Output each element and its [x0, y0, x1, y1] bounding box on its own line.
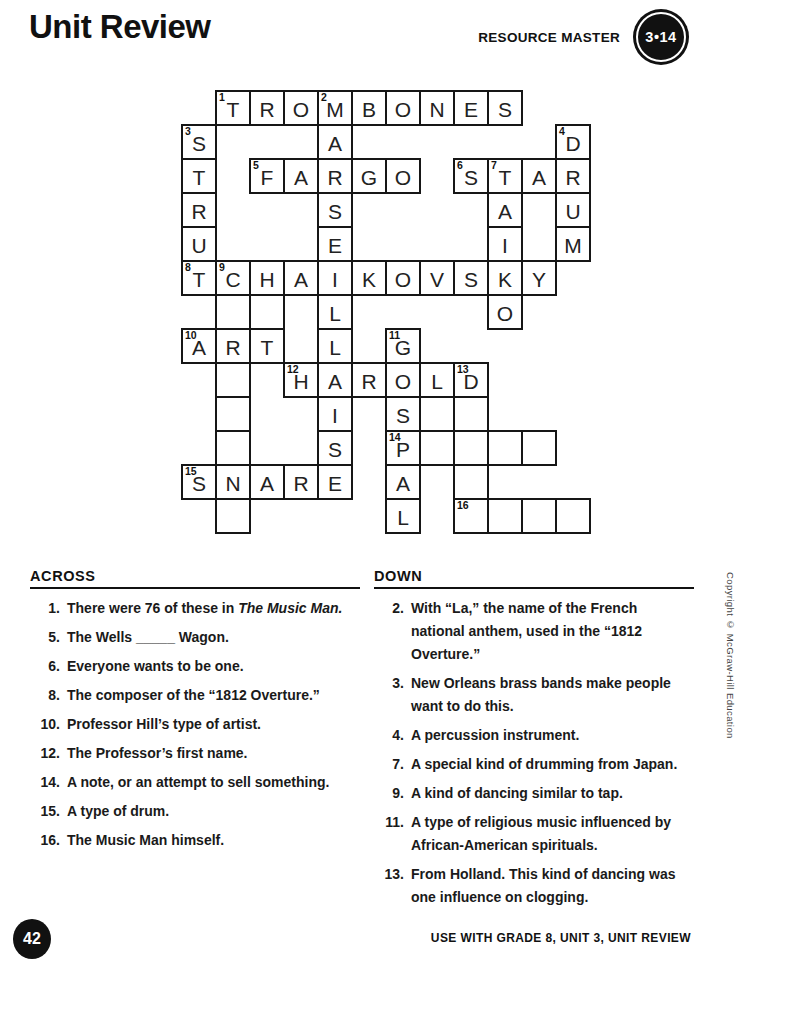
grid-cell-r8c3[interactable]: T: [249, 328, 285, 364]
clue-item: 9.A kind of dancing similar to tap.: [374, 782, 694, 805]
clue-item-number: 14.: [30, 771, 60, 794]
cell-letter: A: [498, 201, 512, 222]
clue-item: 10.Professor Hill’s type of artist.: [30, 713, 360, 736]
grid-cell-r3c11[interactable]: A: [521, 158, 557, 194]
grid-cell-r10c9[interactable]: [453, 396, 489, 432]
clue-number: 5: [253, 160, 259, 171]
grid-cell-r6c9[interactable]: S: [453, 260, 489, 296]
clue-item: 5.The Wells _____ Wagon.: [30, 626, 360, 649]
clue-number: 1: [219, 92, 225, 103]
grid-cell-r8c5[interactable]: L: [317, 328, 353, 364]
grid-cell-r12c9[interactable]: [453, 464, 489, 500]
cell-letter: A: [328, 371, 342, 392]
copyright-sidebar: Copyright © McGraw-Hill Education: [725, 572, 736, 739]
across-heading: ACROSS: [30, 568, 360, 589]
cell-letter: S: [464, 269, 478, 290]
grid-cell-r1c6[interactable]: B: [351, 90, 387, 126]
clue-item: 1.There were 76 of these in The Music Ma…: [30, 597, 360, 620]
cell-letter: O: [395, 269, 411, 290]
grid-cell-r13c12[interactable]: [555, 498, 591, 534]
cell-letter: I: [502, 235, 508, 256]
grid-cell-r1c7[interactable]: O: [385, 90, 421, 126]
cell-letter: S: [498, 99, 512, 120]
grid-cell-r1c5[interactable]: 2M: [317, 90, 353, 126]
cell-letter: S: [396, 405, 410, 426]
cell-letter: E: [328, 235, 342, 256]
clue-item-text: A type of religious music influenced by …: [411, 811, 671, 857]
clue-number: 13: [457, 364, 469, 375]
cell-letter: I: [332, 269, 338, 290]
cell-letter: C: [225, 269, 240, 290]
clue-item-text: New Orleans brass bands make people want…: [411, 672, 671, 718]
cell-letter: S: [328, 439, 342, 460]
grid-cell-r2c5[interactable]: A: [317, 124, 353, 160]
cell-letter: R: [327, 167, 342, 188]
grid-cell-r6c2[interactable]: 9C: [215, 260, 251, 296]
clue-item-text: Everyone wants to be one.: [67, 655, 244, 678]
cell-letter: I: [332, 405, 338, 426]
grid-cell-r11c2[interactable]: [215, 430, 251, 466]
cell-letter: F: [261, 167, 274, 188]
cell-letter: B: [362, 99, 376, 120]
clue-item: 16.The Music Man himself.: [30, 829, 360, 852]
cell-letter: K: [498, 269, 512, 290]
clue-item-number: 10.: [30, 713, 60, 736]
grid-cell-r11c10[interactable]: [487, 430, 523, 466]
cell-letter: O: [293, 99, 309, 120]
down-clues-section: DOWN 2.With “La,” the name of the French…: [374, 568, 694, 915]
cell-letter: T: [193, 167, 206, 188]
grid-cell-r3c4[interactable]: A: [283, 158, 319, 194]
grid-cell-r3c6[interactable]: G: [351, 158, 387, 194]
grid-cell-r3c1[interactable]: T: [181, 158, 217, 194]
grid-cell-r1c8[interactable]: N: [419, 90, 455, 126]
grid-cell-r6c3[interactable]: H: [249, 260, 285, 296]
grid-cell-r4c1[interactable]: R: [181, 192, 217, 228]
cell-letter: A: [294, 167, 308, 188]
clue-item: 15.A type of drum.: [30, 800, 360, 823]
grid-cell-r9c4[interactable]: 12H: [283, 362, 319, 398]
clue-item-number: 2.: [374, 597, 404, 666]
page-title: Unit Review: [29, 8, 211, 46]
clue-item-number: 8.: [30, 684, 60, 707]
grid-cell-r3c3[interactable]: 5F: [249, 158, 285, 194]
grid-cell-r6c8[interactable]: V: [419, 260, 455, 296]
cell-letter: G: [361, 167, 377, 188]
grid-cell-r13c7[interactable]: L: [385, 498, 421, 534]
clue-number: 3: [185, 126, 191, 137]
clue-item-number: 6.: [30, 655, 60, 678]
clue-item-text: There were 76 of these in The Music Man.: [67, 597, 342, 620]
cell-letter: A: [328, 133, 342, 154]
grid-cell-r10c7[interactable]: S: [385, 396, 421, 432]
grid-cell-r2c12[interactable]: 4D: [555, 124, 591, 160]
cell-letter: A: [260, 473, 274, 494]
cell-letter: R: [259, 99, 274, 120]
clue-item-number: 11.: [374, 811, 404, 857]
grid-cell-r3c7[interactable]: O: [385, 158, 421, 194]
clue-item: 4.A percussion instrument.: [374, 724, 694, 747]
cell-letter: A: [294, 269, 308, 290]
cell-letter: M: [564, 235, 582, 256]
clue-item-text: With “La,” the name of the French nation…: [411, 597, 642, 666]
cell-letter: E: [328, 473, 342, 494]
grid-cell-r13c9[interactable]: 16: [453, 498, 489, 534]
cell-letter: S: [328, 201, 342, 222]
clue-item-text: A type of drum.: [67, 800, 169, 823]
clue-item: 6.Everyone wants to be one.: [30, 655, 360, 678]
grid-cell-r7c2[interactable]: [215, 294, 251, 330]
cell-letter: D: [565, 133, 580, 154]
unit-badge: 3•14: [633, 9, 689, 65]
clue-item: 7.A special kind of drumming from Japan.: [374, 753, 694, 776]
clue-number: 8: [185, 262, 191, 273]
clue-item-number: 12.: [30, 742, 60, 765]
grid-cell-r13c2[interactable]: [215, 498, 251, 534]
clue-item-number: 7.: [374, 753, 404, 776]
grid-cell-r9c2[interactable]: [215, 362, 251, 398]
clue-item-text: The Music Man himself.: [67, 829, 224, 852]
cell-letter: N: [429, 99, 444, 120]
cell-letter: O: [395, 99, 411, 120]
clue-item-number: 1.: [30, 597, 60, 620]
cell-letter: R: [565, 167, 580, 188]
clue-item: 14.A note, or an attempt to sell somethi…: [30, 771, 360, 794]
grid-cell-r12c5[interactable]: E: [317, 464, 353, 500]
grid-cell-r9c6[interactable]: R: [351, 362, 387, 398]
clue-number: 7: [491, 160, 497, 171]
grid-cell-r6c11[interactable]: Y: [521, 260, 557, 296]
cell-letter: S: [192, 133, 206, 154]
cell-letter: O: [497, 303, 513, 324]
grid-cell-r5c5[interactable]: E: [317, 226, 353, 262]
grid-cell-r3c5[interactable]: R: [317, 158, 353, 194]
clue-item-number: 9.: [374, 782, 404, 805]
grid-cell-r1c9[interactable]: E: [453, 90, 489, 126]
clue-item: 13.From Holland. This kind of dancing wa…: [374, 863, 694, 909]
cell-letter: O: [395, 167, 411, 188]
resource-master-label: RESOURCE MASTER: [478, 30, 620, 45]
grid-cell-r11c7[interactable]: 14P: [385, 430, 421, 466]
cell-letter: L: [397, 507, 409, 528]
cell-letter: Y: [532, 269, 546, 290]
grid-cell-r13c11[interactable]: [521, 498, 557, 534]
clue-number: 6: [457, 160, 463, 171]
cell-letter: N: [225, 473, 240, 494]
cell-letter: L: [329, 303, 341, 324]
cell-letter: R: [191, 201, 206, 222]
cell-letter: R: [361, 371, 376, 392]
clue-item: 12.The Professor’s first name.: [30, 742, 360, 765]
clue-number: 11: [389, 330, 400, 341]
crossword-grid: 1TRO2MBONES3SA4DT5FARGO6S7TARRSAUUEIM8T9…: [181, 90, 591, 534]
grid-cell-r12c1[interactable]: 15S: [181, 464, 217, 500]
grid-cell-r6c6[interactable]: K: [351, 260, 387, 296]
grid-cell-r7c10[interactable]: O: [487, 294, 523, 330]
grid-cell-r1c3[interactable]: R: [249, 90, 285, 126]
grid-cell-r10c5[interactable]: I: [317, 396, 353, 432]
grid-cell-r6c10[interactable]: K: [487, 260, 523, 296]
page-number-badge: 42: [13, 919, 51, 959]
grid-cell-r6c5[interactable]: I: [317, 260, 353, 296]
grid-cell-r6c4[interactable]: A: [283, 260, 319, 296]
grid-cell-r12c4[interactable]: R: [283, 464, 319, 500]
cell-letter: T: [227, 99, 240, 120]
cell-letter: U: [565, 201, 580, 222]
clue-item-text: From Holland. This kind of dancing was o…: [411, 863, 675, 909]
clue-item-text: Professor Hill’s type of artist.: [67, 713, 261, 736]
clue-number: 15: [185, 466, 197, 477]
grid-cell-r8c1[interactable]: 10A: [181, 328, 217, 364]
clue-number: 2: [321, 92, 327, 103]
clue-item-text: The Professor’s first name.: [67, 742, 248, 765]
clue-item-text: The Wells _____ Wagon.: [67, 626, 229, 649]
grid-cell-r6c1[interactable]: 8T: [181, 260, 217, 296]
across-clues-section: ACROSS 1.There were 76 of these in The M…: [30, 568, 360, 858]
cell-letter: A: [532, 167, 546, 188]
clue-item-italic-text: The Music Man.: [238, 600, 342, 616]
cell-letter: K: [362, 269, 376, 290]
grid-cell-r1c2[interactable]: 1T: [215, 90, 251, 126]
grid-cell-r5c12[interactable]: M: [555, 226, 591, 262]
cell-letter: M: [326, 99, 344, 120]
clue-number: 14: [389, 432, 401, 443]
grid-cell-r7c5[interactable]: L: [317, 294, 353, 330]
down-heading: DOWN: [374, 568, 694, 589]
cell-letter: R: [293, 473, 308, 494]
across-clue-list: 1.There were 76 of these in The Music Ma…: [30, 597, 360, 852]
grid-cell-r2c1[interactable]: 3S: [181, 124, 217, 160]
cell-letter: H: [259, 269, 274, 290]
cell-letter: L: [431, 371, 443, 392]
clue-number: 16: [457, 500, 469, 511]
grid-cell-r12c7[interactable]: A: [385, 464, 421, 500]
cell-letter: L: [329, 337, 341, 358]
grid-cell-r10c8[interactable]: [419, 396, 455, 432]
clue-item-number: 15.: [30, 800, 60, 823]
grid-cell-r5c10[interactable]: I: [487, 226, 523, 262]
grid-cell-r11c5[interactable]: S: [317, 430, 353, 466]
grid-cell-r5c1[interactable]: U: [181, 226, 217, 262]
clue-item: 11.A type of religious music influenced …: [374, 811, 694, 857]
clue-item-number: 5.: [30, 626, 60, 649]
cell-letter: R: [225, 337, 240, 358]
grid-cell-r9c9[interactable]: 13D: [453, 362, 489, 398]
cell-letter: T: [261, 337, 274, 358]
grid-cell-r4c10[interactable]: A: [487, 192, 523, 228]
clue-item-text: A percussion instrument.: [411, 724, 579, 747]
clue-item-text: The composer of the “1812 Overture.”: [67, 684, 320, 707]
unit-badge-number: 3•14: [645, 29, 676, 45]
clue-item: 8.The composer of the “1812 Overture.”: [30, 684, 360, 707]
clue-number: 4: [559, 126, 565, 137]
clue-number: 12: [287, 364, 299, 375]
grid-cell-r8c7[interactable]: 11G: [385, 328, 421, 364]
grid-cell-r11c11[interactable]: [521, 430, 557, 466]
clue-item-number: 13.: [374, 863, 404, 909]
worksheet-page: Unit Review RESOURCE MASTER 3•14 1TRO2MB…: [0, 0, 800, 1030]
grid-cell-r7c3[interactable]: [249, 294, 285, 330]
clue-item: 3.New Orleans brass bands make people wa…: [374, 672, 694, 718]
clue-item-number: 16.: [30, 829, 60, 852]
down-clue-list: 2.With “La,” the name of the French nati…: [374, 597, 694, 909]
grid-cell-r8c2[interactable]: R: [215, 328, 251, 364]
grid-cell-r6c7[interactable]: O: [385, 260, 421, 296]
cell-letter: S: [464, 167, 478, 188]
grid-cell-r11c8[interactable]: [419, 430, 455, 466]
grid-cell-r11c9[interactable]: [453, 430, 489, 466]
grid-cell-r1c4[interactable]: O: [283, 90, 319, 126]
clue-item-number: 3.: [374, 672, 404, 718]
grid-cell-r4c5[interactable]: S: [317, 192, 353, 228]
cell-letter: E: [464, 99, 478, 120]
cell-letter: T: [499, 167, 512, 188]
clue-number: 9: [219, 262, 225, 273]
clue-item-text: A kind of dancing similar to tap.: [411, 782, 623, 805]
cell-letter: U: [191, 235, 206, 256]
grid-cell-r13c10[interactable]: [487, 498, 523, 534]
grid-cell-r1c10[interactable]: S: [487, 90, 523, 126]
grid-cell-r12c2[interactable]: N: [215, 464, 251, 500]
clue-item-text: A special kind of drumming from Japan.: [411, 753, 677, 776]
clue-item: 2.With “La,” the name of the French nati…: [374, 597, 694, 666]
cell-letter: O: [395, 371, 411, 392]
grid-cell-r9c8[interactable]: L: [419, 362, 455, 398]
grid-cell-r9c5[interactable]: A: [317, 362, 353, 398]
cell-letter: V: [430, 269, 444, 290]
grid-cell-r9c7[interactable]: O: [385, 362, 421, 398]
use-with-note: USE WITH GRADE 8, UNIT 3, UNIT REVIEW: [431, 931, 691, 945]
clue-number: 10: [185, 330, 197, 341]
cell-letter: T: [193, 269, 206, 290]
grid-cell-r10c2[interactable]: [215, 396, 251, 432]
grid-cell-r3c9[interactable]: 6S: [453, 158, 489, 194]
grid-cell-r3c12[interactable]: R: [555, 158, 591, 194]
page-number: 42: [23, 930, 41, 948]
grid-cell-r4c12[interactable]: U: [555, 192, 591, 228]
clue-item-number: 4.: [374, 724, 404, 747]
grid-cell-r12c3[interactable]: A: [249, 464, 285, 500]
grid-cell-r3c10[interactable]: 7T: [487, 158, 523, 194]
clue-item-text: A note, or an attempt to sell something.: [67, 771, 329, 794]
cell-letter: A: [396, 473, 410, 494]
